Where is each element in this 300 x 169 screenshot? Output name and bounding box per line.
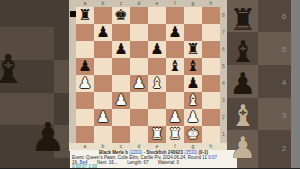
square-e8[interactable] — [148, 7, 166, 24]
file-label-c: c — [112, 143, 130, 150]
bg-rank-digit-4: 4 — [278, 77, 290, 89]
white-rook-e1[interactable]: ♜ — [148, 126, 166, 143]
black-king-c8[interactable]: ♚ — [112, 7, 130, 24]
square-g8[interactable] — [184, 7, 202, 24]
black-pawn-a5[interactable]: ♟ — [76, 58, 94, 75]
bg-pawn-silhouette: ♟ — [226, 68, 260, 100]
bg-bishop-silhouette: ♝ — [0, 48, 30, 90]
square-d1[interactable] — [130, 126, 148, 143]
square-f8[interactable] — [166, 7, 184, 24]
black-rook-a8[interactable]: ♜ — [76, 7, 94, 24]
bg-bishop-silhouette: ♝ — [226, 36, 260, 68]
square-h8[interactable] — [202, 7, 220, 24]
square-h4[interactable] — [202, 75, 220, 92]
black-pawn-b7[interactable]: ♟ — [94, 24, 112, 41]
white-pawn-d4[interactable]: ♟ — [130, 75, 148, 92]
square-h3[interactable] — [202, 92, 220, 109]
square-d3[interactable] — [130, 92, 148, 109]
file-label-e: e — [148, 143, 166, 150]
game-info-bar: Black Merle b (2203) - Stockfish 240923 … — [70, 150, 237, 168]
bg-rook-silhouette: ♜ — [226, 4, 260, 36]
bg-rank-digit-5: 5 — [278, 44, 290, 56]
file-label-g: g — [184, 143, 202, 150]
square-f4[interactable] — [166, 75, 184, 92]
file-label-h: h — [202, 143, 220, 150]
bg-pawn-silhouette: ♟ — [226, 132, 260, 164]
square-a6[interactable] — [76, 41, 94, 58]
square-d6[interactable] — [130, 41, 148, 58]
square-b3[interactable] — [94, 92, 112, 109]
square-d2[interactable] — [130, 109, 148, 126]
file-label-d: d — [130, 143, 148, 150]
square-b4[interactable] — [94, 75, 112, 92]
black-bishop-f5[interactable]: ♝ — [166, 58, 184, 75]
white-pawn-c3[interactable]: ♟ — [112, 92, 130, 109]
black-pawn-c6[interactable]: ♟ — [112, 41, 130, 58]
clock-line: 0:00:07 1:00 — [72, 164, 235, 169]
square-c5[interactable] — [112, 58, 130, 75]
square-c1[interactable] — [112, 126, 130, 143]
white-pawn-b2[interactable]: ♟ — [94, 109, 112, 126]
square-c7[interactable] — [112, 24, 130, 41]
bg-bishop-silhouette: ♝ — [226, 100, 260, 132]
bg-square — [54, 60, 70, 93]
square-a7[interactable] — [76, 24, 94, 41]
file-label-a: a — [76, 143, 94, 150]
bg-rank-digit-3: 3 — [278, 110, 290, 122]
square-h1[interactable] — [202, 126, 220, 143]
square-d8[interactable] — [130, 7, 148, 24]
file-label-f: f — [166, 143, 184, 150]
square-f6[interactable] — [166, 41, 184, 58]
square-h5[interactable] — [202, 58, 220, 75]
square-e5[interactable] — [148, 58, 166, 75]
square-e7[interactable] — [148, 24, 166, 41]
clock-times: 0:00:07 1:00 — [72, 164, 97, 169]
square-h2[interactable] — [202, 109, 220, 126]
square-e3[interactable] — [148, 92, 166, 109]
square-b5[interactable] — [94, 58, 112, 75]
square-h6[interactable] — [202, 41, 220, 58]
square-c4[interactable] — [112, 75, 130, 92]
black-pawn-g4[interactable]: ♟ — [184, 75, 202, 92]
file-label-h: h — [202, 0, 220, 7]
white-pawn-a4[interactable]: ♟ — [76, 75, 94, 92]
square-a1[interactable] — [76, 126, 94, 143]
white-pawn-g2[interactable]: ♟ — [184, 109, 202, 126]
square-e2[interactable] — [148, 109, 166, 126]
screenshot-stage: abcdefgh abcdefgh 87654321 ♜♚♟♟♟♟♜♟♝♝♟♟♝… — [0, 0, 300, 168]
square-a3[interactable] — [76, 92, 94, 109]
file-label-b: b — [94, 0, 112, 7]
file-label-f: f — [166, 0, 184, 7]
file-label-d: d — [130, 0, 148, 7]
square-a2[interactable] — [76, 109, 94, 126]
square-b1[interactable] — [94, 126, 112, 143]
file-label-g: g — [184, 0, 202, 7]
white-pawn-f2[interactable]: ♟ — [166, 109, 184, 126]
black-bishop-g5[interactable]: ♝ — [184, 58, 202, 75]
bg-rank-digit-2: 2 — [278, 143, 290, 155]
square-d5[interactable] — [130, 58, 148, 75]
bg-pawn-silhouette: ♟ — [26, 116, 70, 158]
square-d7[interactable] — [130, 24, 148, 41]
black-rook-g6[interactable]: ♜ — [184, 41, 202, 58]
square-c2[interactable] — [112, 109, 130, 126]
black-pawn-f7[interactable]: ♟ — [166, 24, 184, 41]
file-label-e: e — [148, 0, 166, 7]
square-h7[interactable] — [202, 24, 220, 41]
square-b6[interactable] — [94, 41, 112, 58]
square-g7[interactable] — [184, 24, 202, 41]
square-f3[interactable] — [166, 92, 184, 109]
white-bishop-g3[interactable]: ♝ — [184, 92, 202, 109]
white-king-g1[interactable]: ♚ — [184, 126, 202, 143]
bg-rank-digit-6: 6 — [278, 11, 290, 23]
black-pawn-e6[interactable]: ♟ — [148, 41, 166, 58]
square-b8[interactable] — [94, 7, 112, 24]
white-rook-f1[interactable]: ♜ — [166, 126, 184, 143]
chess-board[interactable]: ♜♚♟♟♟♟♜♟♝♝♟♟♝♟♟♝♟♟♟♜♜♚ — [76, 7, 220, 143]
file-label-b: b — [94, 143, 112, 150]
bg-gray-edge — [291, 0, 300, 168]
white-bishop-e4[interactable]: ♝ — [148, 75, 166, 92]
